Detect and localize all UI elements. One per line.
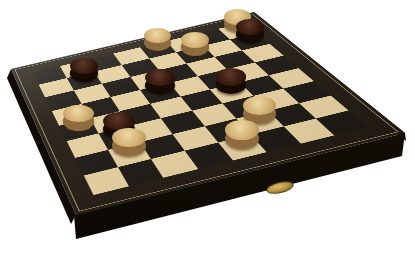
checker-piece-light xyxy=(63,105,94,131)
checker-piece-light xyxy=(112,128,145,156)
checker-piece-dark xyxy=(216,68,247,94)
checker-piece-light xyxy=(144,28,171,51)
checker-piece-light xyxy=(181,32,209,55)
checkers-product-photo xyxy=(0,0,415,255)
checker-piece-dark xyxy=(145,69,175,94)
checker-piece-dark xyxy=(236,19,264,42)
checker-piece-light xyxy=(225,120,259,149)
checker-piece-dark xyxy=(70,58,98,82)
